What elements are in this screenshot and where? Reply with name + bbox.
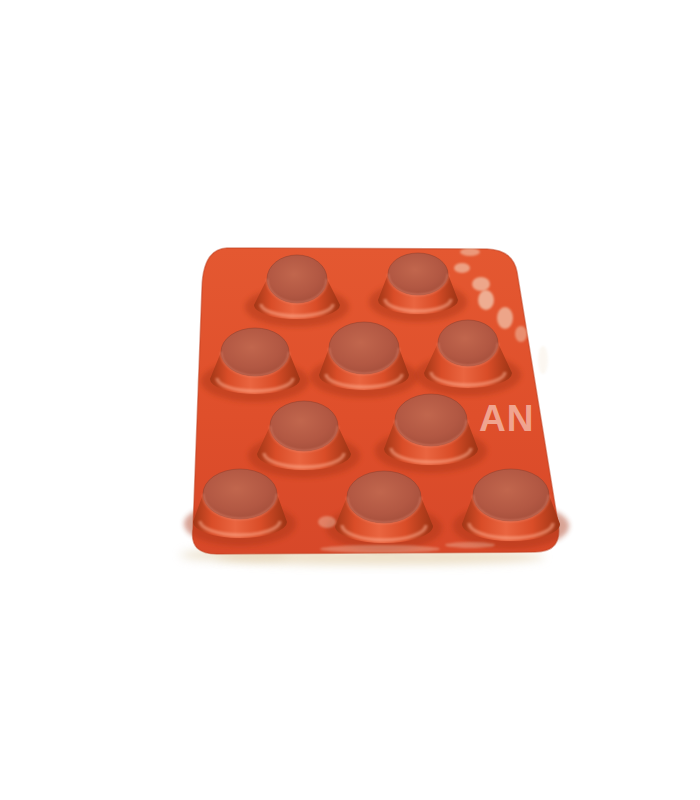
residue-patch: [445, 542, 495, 548]
mold-tray-illustration: [0, 0, 700, 800]
residue-patch: [497, 307, 513, 329]
residue-patch: [454, 263, 470, 273]
residue-patch: [318, 516, 336, 528]
product-photo: AN: [0, 0, 700, 800]
residue-patch: [538, 346, 548, 374]
residue-patch: [478, 290, 494, 310]
residue-patch: [460, 248, 480, 256]
residue-patch: [472, 277, 490, 291]
residue-patch: [320, 545, 440, 553]
residue-patch: [515, 326, 527, 342]
